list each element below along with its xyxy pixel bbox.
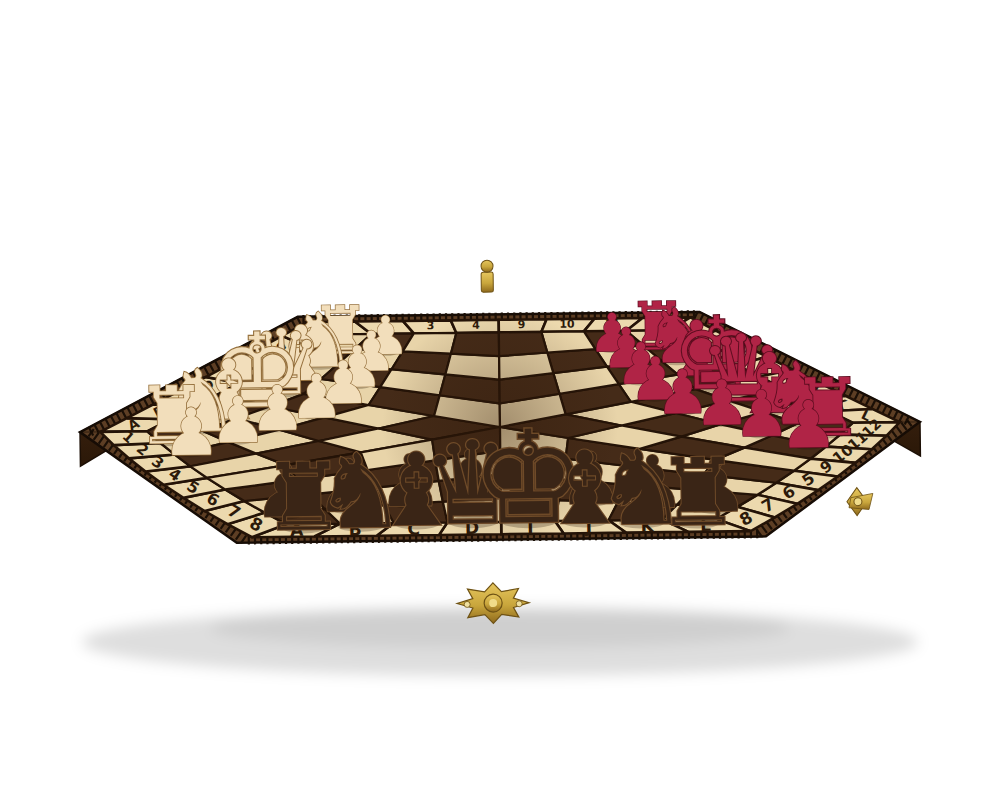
three-player-chess-board: ABCDEFGH12349101112HGFEIJKL12111095678LK… [0, 0, 1000, 800]
board-shadow [82, 608, 918, 676]
brass-clasp [847, 487, 873, 515]
brass-hinge [481, 272, 493, 292]
piece-black-rook-l8: ♜ [656, 438, 740, 547]
hardware-back [481, 260, 493, 292]
piece-red-pawn-l11: ♟ [779, 387, 838, 463]
brass-medallion [457, 582, 529, 623]
piece-black-rook-a8: ♜ [261, 443, 345, 552]
product-photo-stage: ABCDEFGH12349101112HGFEIJKL12111095678LK… [0, 0, 1000, 800]
piece-white-pawn-a2: ♟ [162, 394, 221, 470]
